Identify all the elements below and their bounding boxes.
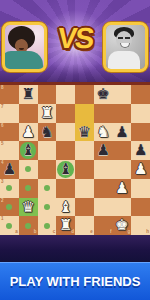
square-f7[interactable] [94, 104, 113, 123]
black-pawn[interactable]: ♟ [0, 160, 19, 179]
black-pawn[interactable]: ♟ [113, 123, 132, 142]
right-player-avatar [103, 22, 148, 72]
square-e6[interactable]: ♛ [75, 123, 94, 142]
square-a3[interactable]: 3 [0, 179, 19, 198]
chess-board: 8♜♚7♜6♟♞♛♞♟5♝♟♟4♟♝♟3♟2♛♝1abcd♜efg♚h [0, 82, 150, 235]
square-a7[interactable]: 7 [0, 104, 19, 123]
square-f2[interactable] [94, 198, 113, 217]
rank-label-3: 3 [1, 180, 4, 185]
legal-move-dot [6, 204, 12, 210]
rank-label-2: 2 [1, 199, 4, 204]
square-d5[interactable] [56, 141, 75, 160]
square-g8[interactable] [113, 85, 132, 104]
white-pawn[interactable]: ♟ [131, 160, 150, 179]
board-bottom-shadow-band [0, 235, 150, 262]
file-label-a: a [15, 230, 18, 235]
file-label-e: e [90, 230, 93, 235]
square-d2[interactable]: ♝ [56, 198, 75, 217]
square-e2[interactable] [75, 198, 94, 217]
square-a8[interactable]: 8 [0, 85, 19, 104]
square-f4[interactable] [94, 160, 113, 179]
square-c5[interactable] [38, 141, 57, 160]
white-rook[interactable]: ♜ [38, 104, 57, 123]
legal-move-dot [25, 185, 31, 191]
square-g1[interactable]: g♚ [113, 216, 132, 235]
square-g4[interactable] [113, 160, 132, 179]
square-b5[interactable]: ♝ [19, 141, 38, 160]
square-c3[interactable] [38, 179, 57, 198]
square-e3[interactable] [75, 179, 94, 198]
square-b2[interactable]: ♛ [19, 198, 38, 217]
legal-move-dot [6, 185, 12, 191]
black-king[interactable]: ♚ [94, 85, 113, 104]
left-player-photo [5, 25, 44, 69]
square-f5[interactable]: ♟ [94, 141, 113, 160]
square-h1[interactable]: h [131, 216, 150, 235]
black-bishop[interactable]: ♝ [56, 160, 75, 179]
square-f6[interactable]: ♞ [94, 123, 113, 142]
file-label-c: c [53, 230, 56, 235]
vs-banner: VS [0, 0, 150, 82]
white-knight[interactable]: ♞ [94, 123, 113, 142]
square-h3[interactable] [131, 179, 150, 198]
file-label-f: f [110, 230, 112, 235]
square-c1[interactable]: c [38, 216, 57, 235]
square-h7[interactable] [131, 104, 150, 123]
square-e7[interactable] [75, 104, 94, 123]
rank-label-5: 5 [1, 142, 4, 147]
square-f3[interactable] [94, 179, 113, 198]
black-bishop[interactable]: ♝ [19, 141, 38, 160]
square-b4[interactable] [19, 160, 38, 179]
square-h8[interactable] [131, 85, 150, 104]
square-h2[interactable] [131, 198, 150, 217]
black-rook[interactable]: ♜ [19, 85, 38, 104]
white-rook[interactable]: ♜ [56, 216, 75, 235]
square-d7[interactable] [56, 104, 75, 123]
legal-move-dot [44, 204, 50, 210]
square-b8[interactable]: ♜ [19, 85, 38, 104]
legal-move-dot [6, 223, 12, 229]
square-f1[interactable]: f [94, 216, 113, 235]
black-pawn[interactable]: ♟ [94, 141, 113, 160]
square-b3[interactable] [19, 179, 38, 198]
square-a2[interactable]: 2 [0, 198, 19, 217]
square-h5[interactable]: ♟ [131, 141, 150, 160]
black-pawn[interactable]: ♟ [131, 141, 150, 160]
square-c2[interactable] [38, 198, 57, 217]
square-a6[interactable]: 6 [0, 123, 19, 142]
square-d3[interactable] [56, 179, 75, 198]
square-b6[interactable]: ♟ [19, 123, 38, 142]
square-h6[interactable] [131, 123, 150, 142]
white-pawn[interactable]: ♟ [19, 123, 38, 142]
rank-label-7: 7 [1, 105, 4, 110]
square-g6[interactable]: ♟ [113, 123, 132, 142]
legal-move-dot [44, 185, 50, 191]
square-b7[interactable] [19, 104, 38, 123]
black-queen[interactable]: ♛ [75, 123, 94, 142]
file-label-b: b [34, 230, 37, 235]
square-e8[interactable] [75, 85, 94, 104]
rank-label-6: 6 [1, 124, 4, 129]
white-pawn[interactable]: ♟ [113, 179, 132, 198]
play-with-friends-button[interactable]: PLAY WITH FRIENDS [0, 262, 150, 300]
square-c7[interactable]: ♜ [38, 104, 57, 123]
white-queen[interactable]: ♛ [19, 198, 38, 217]
square-a5[interactable]: 5 [0, 141, 19, 160]
legal-move-dot [25, 166, 31, 172]
square-c6[interactable]: ♞ [38, 123, 57, 142]
square-e4[interactable] [75, 160, 94, 179]
rank-label-8: 8 [1, 86, 4, 91]
square-g5[interactable] [113, 141, 132, 160]
square-d8[interactable] [56, 85, 75, 104]
square-g7[interactable] [113, 104, 132, 123]
black-knight[interactable]: ♞ [38, 123, 57, 142]
cta-label: PLAY WITH FRIENDS [10, 274, 141, 289]
square-e5[interactable] [75, 141, 94, 160]
square-g2[interactable] [113, 198, 132, 217]
left-player-avatar [2, 22, 47, 72]
square-h4[interactable]: ♟ [131, 160, 150, 179]
square-b1[interactable]: b [19, 216, 38, 235]
square-a1[interactable]: 1a [0, 216, 19, 235]
square-d1[interactable]: d♜ [56, 216, 75, 235]
legal-move-dot [25, 223, 31, 229]
square-c4[interactable] [38, 160, 57, 179]
white-bishop[interactable]: ♝ [56, 198, 75, 217]
right-player-photo [106, 25, 145, 69]
white-king[interactable]: ♚ [113, 216, 132, 235]
legal-move-dot [44, 223, 50, 229]
square-d4[interactable]: ♝ [56, 160, 75, 179]
square-e1[interactable]: e [75, 216, 94, 235]
square-c8[interactable] [38, 85, 57, 104]
rank-label-1: 1 [1, 217, 4, 222]
square-f8[interactable]: ♚ [94, 85, 113, 104]
square-d6[interactable] [56, 123, 75, 142]
square-a4[interactable]: 4♟ [0, 160, 19, 179]
square-g3[interactable]: ♟ [113, 179, 132, 198]
file-label-h: h [146, 230, 149, 235]
